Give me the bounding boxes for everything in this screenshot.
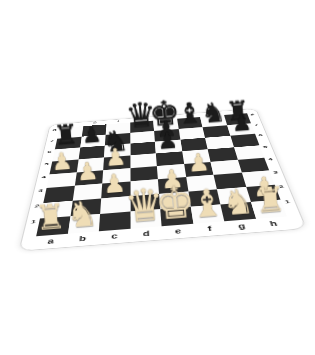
rank-label-right-5: 5	[262, 145, 271, 157]
square-g5[interactable]	[208, 147, 238, 161]
black-pawn-b7[interactable]: ♟	[81, 124, 102, 147]
chess-board: ♛♚♝♞♜♜♟♟♟♞♟♟♟♟♟♟♟♟♜♞♛♚♝♞♜	[36, 113, 287, 236]
square-a5[interactable]: ♟	[50, 160, 79, 175]
rank-label-5: 5	[42, 162, 49, 175]
square-f1[interactable]: ♝	[190, 205, 224, 224]
black-bishop-f8[interactable]: ♝	[175, 98, 203, 129]
square-g1[interactable]: ♞	[220, 202, 255, 221]
square-g4[interactable]	[210, 160, 241, 175]
file-label-h: h	[256, 219, 290, 229]
rank-label-right-7: 7	[254, 123, 262, 134]
rank-label-right-6: 6	[258, 133, 267, 145]
square-a1[interactable]: ♜	[36, 216, 70, 236]
file-label-e: e	[162, 226, 195, 236]
file-label-f: f	[193, 224, 226, 234]
white-knight-g1[interactable]: ♞	[221, 183, 255, 221]
white-rook-h1[interactable]: ♜	[253, 182, 286, 218]
square-b1[interactable]: ♞	[68, 214, 101, 234]
square-d5[interactable]	[130, 153, 157, 168]
file-label-g: g	[225, 221, 259, 231]
square-c5[interactable]: ♟	[103, 155, 130, 170]
black-rook-a7[interactable]: ♜	[53, 120, 80, 149]
white-pawn-c5[interactable]: ♟	[104, 144, 127, 169]
rank-label-4: 4	[39, 175, 46, 189]
white-rook-a1[interactable]: ♜	[34, 199, 67, 235]
square-b4[interactable]: ♟	[74, 170, 103, 186]
black-pawn-h7[interactable]: ♟	[231, 112, 252, 135]
white-pawn-a5[interactable]: ♟	[51, 148, 74, 173]
file-label-c: c	[98, 231, 130, 241]
white-bishop-f1[interactable]: ♝	[189, 183, 225, 223]
square-h6[interactable]	[230, 134, 259, 147]
square-e1[interactable]: ♚	[160, 207, 193, 226]
white-knight-b1[interactable]: ♞	[65, 195, 99, 233]
black-pawn-e6[interactable]: ♟	[157, 128, 179, 152]
white-pawn-f4[interactable]: ♟	[187, 150, 211, 176]
file-label-d: d	[130, 229, 162, 239]
square-h4[interactable]	[237, 157, 269, 172]
vinyl-chess-mat: abcdefgh 87654321 87654321 abcdefgh ♛♚♝♞…	[18, 108, 307, 251]
white-pawn-b4[interactable]: ♟	[75, 159, 99, 185]
file-label-b: b	[66, 234, 99, 244]
square-a4[interactable]	[47, 172, 77, 188]
file-label-a: a	[34, 236, 67, 246]
square-h1[interactable]: ♜	[251, 200, 287, 219]
black-knight-g8[interactable]: ♞	[200, 98, 226, 127]
